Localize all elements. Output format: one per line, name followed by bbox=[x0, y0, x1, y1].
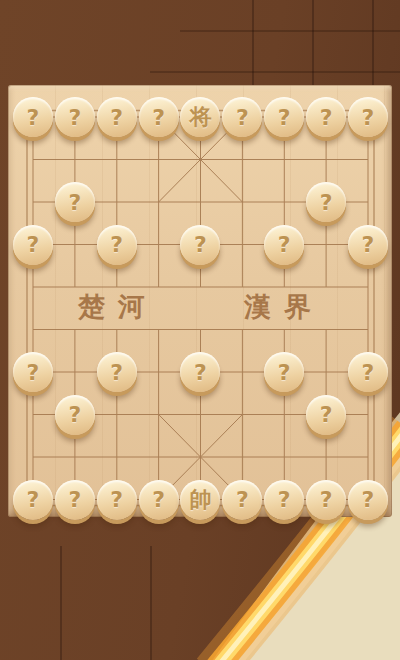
hidden-piece-r1c4[interactable]: ? bbox=[139, 97, 179, 137]
hidden-piece-r4c1[interactable]: ? bbox=[13, 225, 53, 265]
piece-label: ? bbox=[320, 487, 333, 512]
piece-label: ? bbox=[68, 105, 81, 130]
piece-label: ? bbox=[236, 105, 249, 130]
piece-label: ? bbox=[194, 360, 207, 385]
hidden-piece-r8c8[interactable]: ? bbox=[306, 395, 346, 435]
piece-label: ? bbox=[110, 232, 123, 257]
hidden-piece-r4c9[interactable]: ? bbox=[348, 225, 388, 265]
piece-label: ? bbox=[278, 105, 291, 130]
piece-label: ? bbox=[110, 360, 123, 385]
piece-label: ? bbox=[320, 402, 333, 427]
hidden-piece-r10c4[interactable]: ? bbox=[139, 480, 179, 520]
piece-label: ? bbox=[27, 360, 40, 385]
piece-label: ? bbox=[278, 360, 291, 385]
piece-label: ? bbox=[152, 105, 165, 130]
hidden-piece-r7c9[interactable]: ? bbox=[348, 352, 388, 392]
wood-seam bbox=[150, 546, 152, 660]
hidden-piece-r1c7[interactable]: ? bbox=[264, 97, 304, 137]
piece-label: ? bbox=[152, 487, 165, 512]
hidden-piece-r4c3[interactable]: ? bbox=[97, 225, 137, 265]
piece-label: ? bbox=[68, 190, 81, 215]
wood-seam bbox=[312, 0, 314, 88]
hidden-piece-r10c3[interactable]: ? bbox=[97, 480, 137, 520]
piece-label: ? bbox=[110, 487, 123, 512]
piece-label: ? bbox=[27, 487, 40, 512]
hidden-piece-r3c8[interactable]: ? bbox=[306, 182, 346, 222]
hidden-piece-r10c1[interactable]: ? bbox=[13, 480, 53, 520]
hidden-piece-r7c1[interactable]: ? bbox=[13, 352, 53, 392]
hidden-piece-r4c5[interactable]: ? bbox=[180, 225, 220, 265]
red-general-r10c5[interactable]: 帥 bbox=[180, 480, 220, 520]
piece-label: ? bbox=[236, 487, 249, 512]
black-general-r1c5[interactable]: 将 bbox=[180, 97, 220, 137]
piece-label: ? bbox=[194, 232, 207, 257]
piece-label: ? bbox=[110, 105, 123, 130]
piece-label: ? bbox=[320, 190, 333, 215]
hidden-piece-r10c8[interactable]: ? bbox=[306, 480, 346, 520]
piece-grid[interactable]: ????将??????????????????????帥???? bbox=[12, 96, 389, 521]
hidden-piece-r1c8[interactable]: ? bbox=[306, 97, 346, 137]
hidden-piece-r3c2[interactable]: ? bbox=[55, 182, 95, 222]
piece-label: ? bbox=[68, 402, 81, 427]
hidden-piece-r1c6[interactable]: ? bbox=[222, 97, 262, 137]
piece-label: ? bbox=[362, 360, 375, 385]
selected-hidden-piece-r7c5[interactable]: ? bbox=[180, 352, 220, 392]
piece-label: ? bbox=[68, 487, 81, 512]
hidden-piece-r10c6[interactable]: ? bbox=[222, 480, 262, 520]
hidden-piece-r1c9[interactable]: ? bbox=[348, 97, 388, 137]
hidden-piece-r10c2[interactable]: ? bbox=[55, 480, 95, 520]
wood-seam bbox=[252, 0, 254, 88]
hidden-piece-r1c2[interactable]: ? bbox=[55, 97, 95, 137]
hidden-piece-r1c3[interactable]: ? bbox=[97, 97, 137, 137]
piece-label: ? bbox=[27, 105, 40, 130]
piece-label: ? bbox=[278, 232, 291, 257]
wood-seam bbox=[60, 546, 62, 660]
hidden-piece-r10c9[interactable]: ? bbox=[348, 480, 388, 520]
piece-label: ? bbox=[320, 105, 333, 130]
wood-seam bbox=[372, 0, 374, 88]
move-hint-dot[interactable] bbox=[180, 309, 222, 352]
hidden-piece-r8c2[interactable]: ? bbox=[55, 395, 95, 435]
piece-label: 帥 bbox=[189, 485, 211, 515]
piece-label: 将 bbox=[189, 102, 211, 132]
piece-label: ? bbox=[362, 487, 375, 512]
hidden-piece-r1c1[interactable]: ? bbox=[13, 97, 53, 137]
piece-label: ? bbox=[27, 232, 40, 257]
hidden-piece-r4c7[interactable]: ? bbox=[264, 225, 304, 265]
piece-label: ? bbox=[362, 105, 375, 130]
hidden-piece-r7c7[interactable]: ? bbox=[264, 352, 304, 392]
piece-label: ? bbox=[362, 232, 375, 257]
hidden-piece-r10c7[interactable]: ? bbox=[264, 480, 304, 520]
wood-seam bbox=[150, 71, 400, 73]
game-screen: 楚河 漢界 ????将??????????????????????帥???? 破… bbox=[0, 0, 400, 660]
piece-label: ? bbox=[278, 487, 291, 512]
hidden-piece-r7c3[interactable]: ? bbox=[97, 352, 137, 392]
wood-seam bbox=[180, 30, 400, 32]
